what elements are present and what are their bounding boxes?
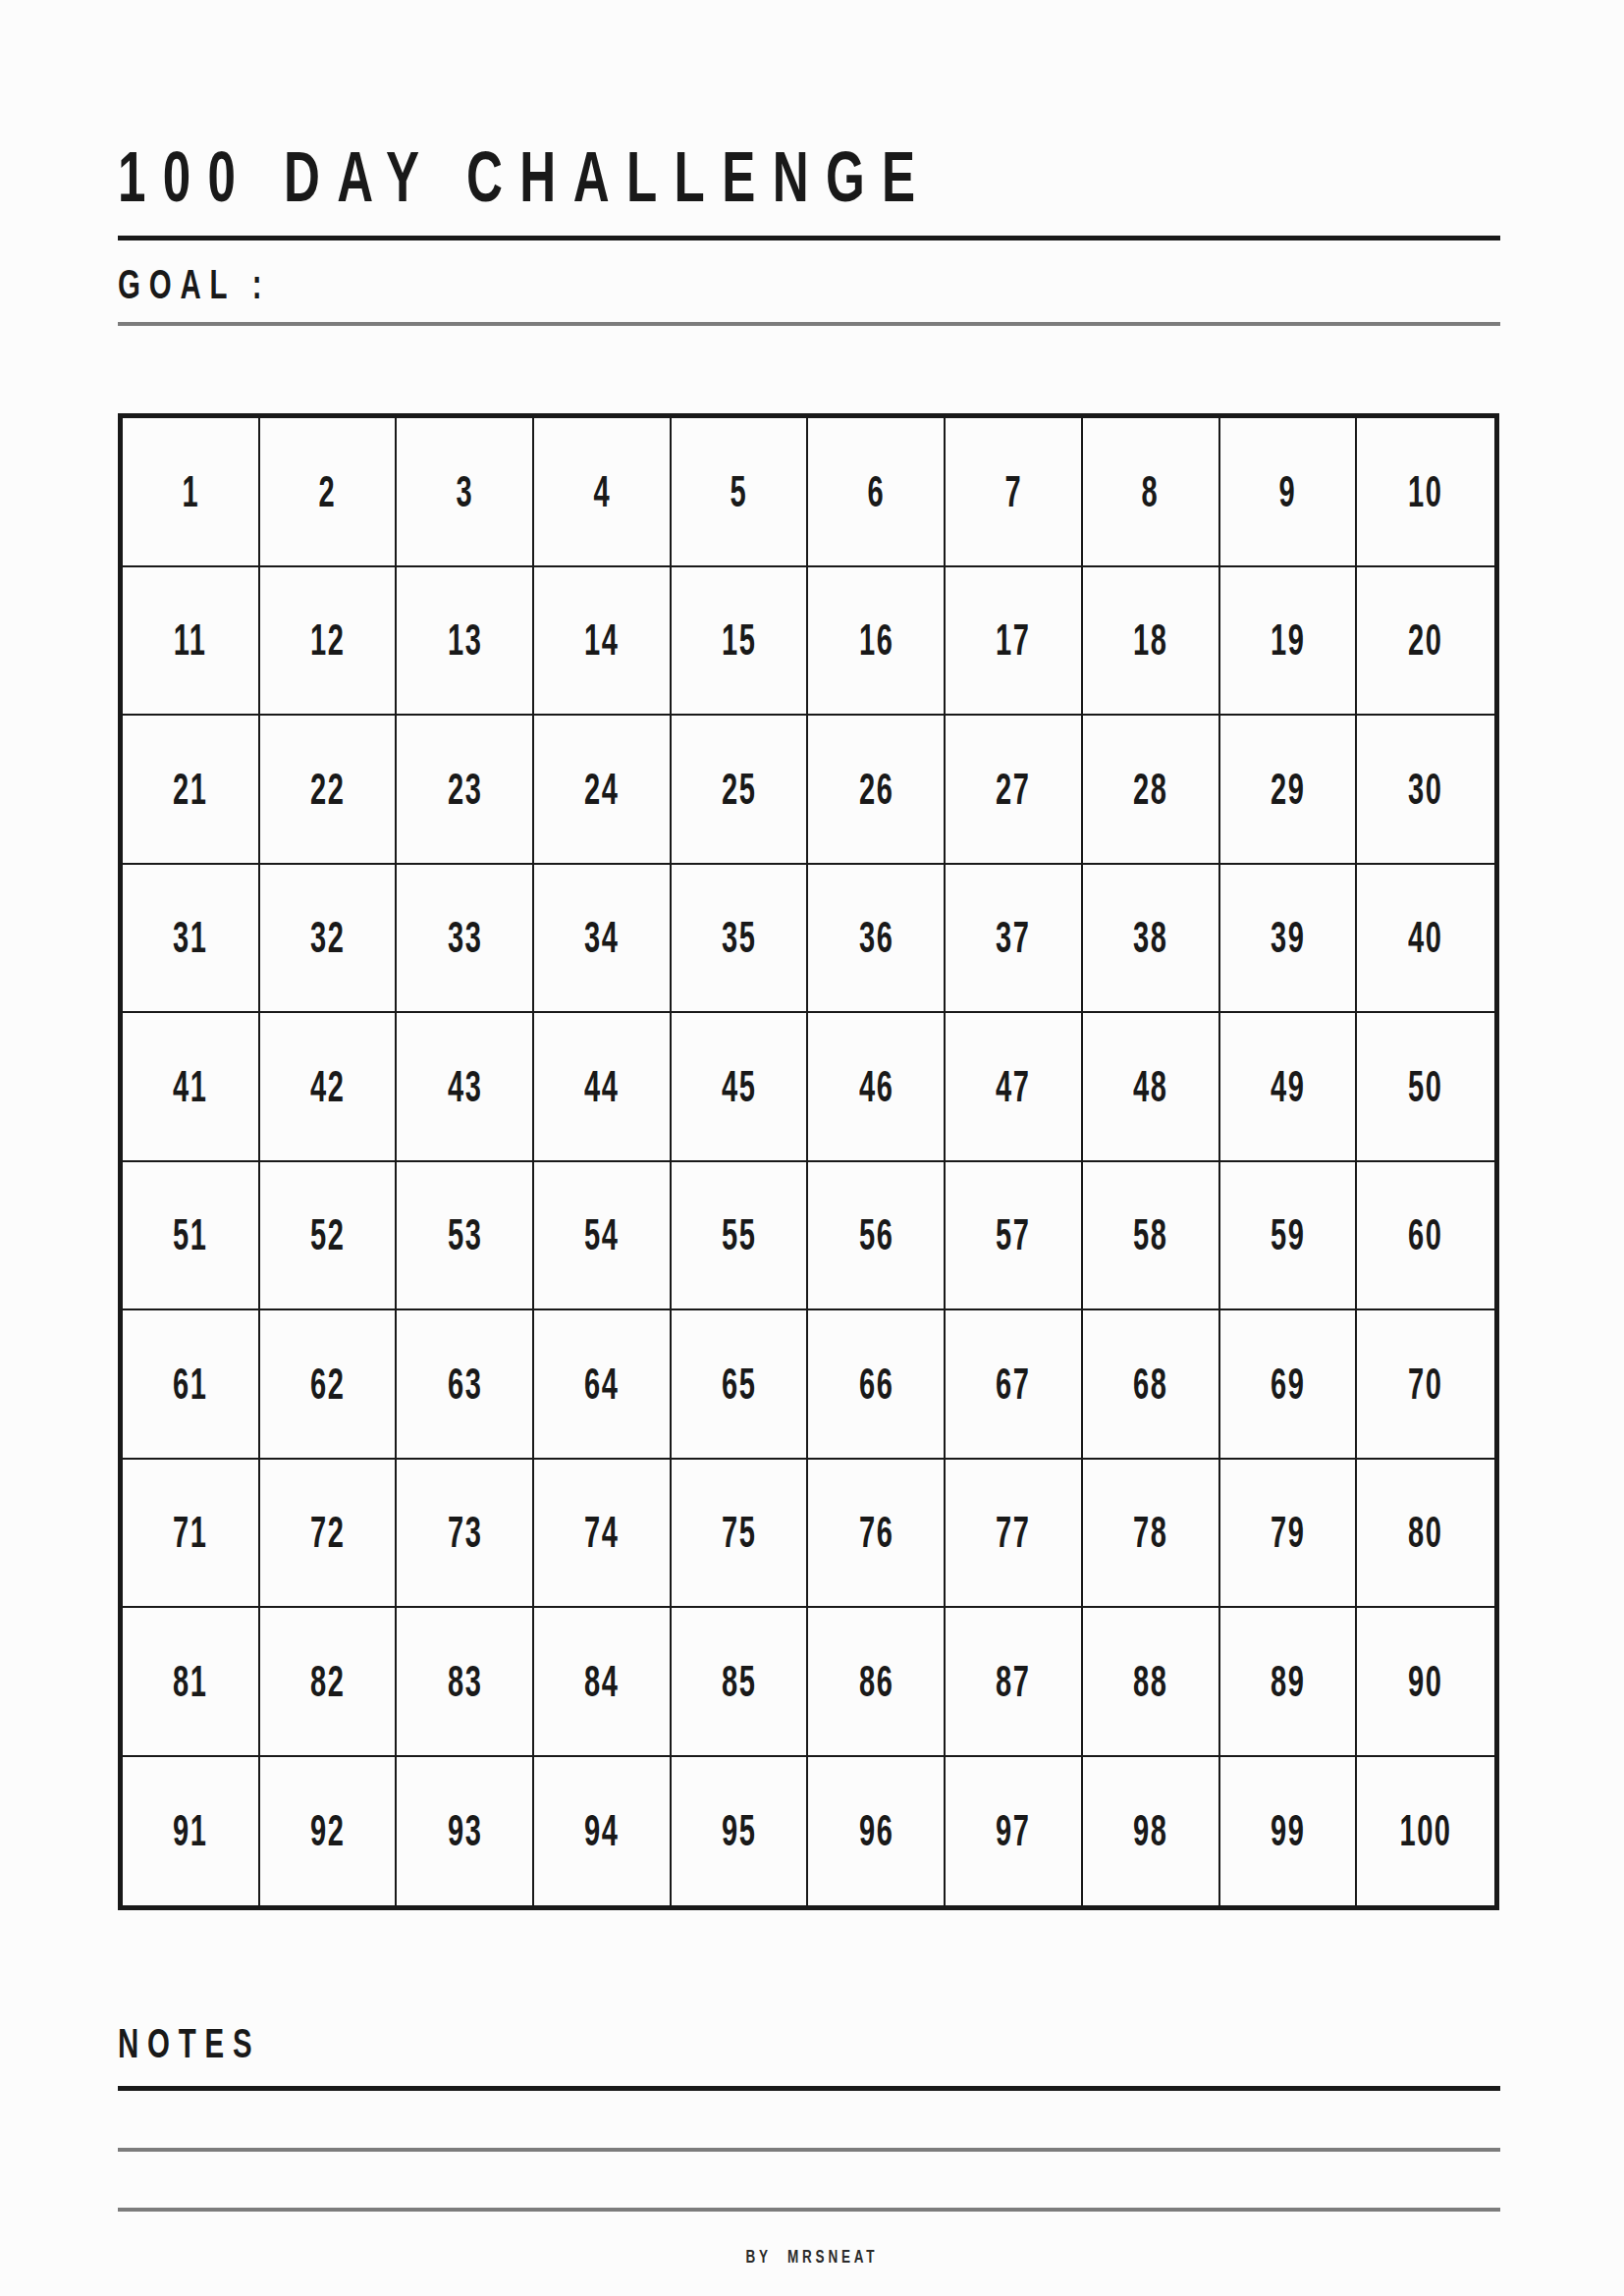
day-cell[interactable]: 60 <box>1357 1162 1494 1311</box>
day-number: 32 <box>310 913 345 962</box>
day-cell[interactable]: 42 <box>260 1013 398 1162</box>
day-cell[interactable]: 34 <box>534 865 672 1014</box>
day-number: 34 <box>584 913 619 962</box>
day-cell[interactable]: 90 <box>1357 1608 1494 1757</box>
day-number: 61 <box>173 1360 207 1409</box>
day-cell[interactable]: 58 <box>1083 1162 1220 1311</box>
day-cell[interactable]: 2 <box>260 418 398 567</box>
day-cell[interactable]: 43 <box>397 1013 534 1162</box>
day-number: 75 <box>722 1508 756 1557</box>
day-cell[interactable]: 53 <box>397 1162 534 1311</box>
day-cell[interactable]: 23 <box>397 716 534 865</box>
day-cell[interactable]: 81 <box>123 1608 260 1757</box>
day-cell[interactable]: 17 <box>946 567 1083 717</box>
day-cell[interactable]: 40 <box>1357 865 1494 1014</box>
day-number: 7 <box>1004 467 1022 516</box>
day-cell[interactable]: 50 <box>1357 1013 1494 1162</box>
day-number: 58 <box>1133 1210 1167 1259</box>
day-number: 52 <box>310 1210 345 1259</box>
day-cell[interactable]: 26 <box>808 716 946 865</box>
day-cell[interactable]: 32 <box>260 865 398 1014</box>
day-number: 31 <box>173 913 207 962</box>
day-number: 79 <box>1271 1508 1305 1557</box>
day-cell[interactable]: 93 <box>397 1757 534 1906</box>
day-cell[interactable]: 51 <box>123 1162 260 1311</box>
day-cell[interactable]: 94 <box>534 1757 672 1906</box>
day-number: 78 <box>1133 1508 1167 1557</box>
day-number: 48 <box>1133 1062 1167 1111</box>
day-number: 91 <box>173 1806 207 1855</box>
day-cell[interactable]: 82 <box>260 1608 398 1757</box>
day-cell[interactable]: 66 <box>808 1310 946 1460</box>
day-number: 82 <box>310 1657 345 1706</box>
day-number: 4 <box>593 467 611 516</box>
day-number: 60 <box>1409 1210 1443 1259</box>
day-cell[interactable]: 65 <box>672 1310 809 1460</box>
day-number: 37 <box>996 913 1030 962</box>
day-cell[interactable]: 30 <box>1357 716 1494 865</box>
day-number: 95 <box>722 1806 756 1855</box>
title-rule <box>118 236 1500 240</box>
day-cell[interactable]: 18 <box>1083 567 1220 717</box>
day-number: 29 <box>1271 765 1305 814</box>
day-number: 94 <box>584 1806 619 1855</box>
day-cell[interactable]: 91 <box>123 1757 260 1906</box>
day-number: 42 <box>310 1062 345 1111</box>
day-cell[interactable]: 73 <box>397 1460 534 1609</box>
day-cell[interactable]: 37 <box>946 865 1083 1014</box>
day-cell[interactable]: 4 <box>534 418 672 567</box>
day-cell[interactable]: 55 <box>672 1162 809 1311</box>
day-number: 100 <box>1400 1806 1452 1855</box>
day-number: 99 <box>1271 1806 1305 1855</box>
day-cell[interactable]: 83 <box>397 1608 534 1757</box>
day-cell[interactable]: 33 <box>397 865 534 1014</box>
day-number: 24 <box>584 765 619 814</box>
day-cell[interactable]: 39 <box>1220 865 1358 1014</box>
day-number: 84 <box>584 1657 619 1706</box>
day-number: 68 <box>1133 1360 1167 1409</box>
day-cell[interactable]: 70 <box>1357 1310 1494 1460</box>
day-number: 39 <box>1271 913 1305 962</box>
day-cell[interactable]: 56 <box>808 1162 946 1311</box>
day-cell[interactable]: 62 <box>260 1310 398 1460</box>
day-number: 69 <box>1271 1360 1305 1409</box>
goal-input-line[interactable] <box>118 322 1500 326</box>
day-cell[interactable]: 48 <box>1083 1013 1220 1162</box>
day-cell[interactable]: 41 <box>123 1013 260 1162</box>
day-cell[interactable]: 21 <box>123 716 260 865</box>
day-grid: 1234567891011121314151617181920212223242… <box>118 413 1499 1910</box>
day-number: 86 <box>859 1657 893 1706</box>
day-cell[interactable]: 29 <box>1220 716 1358 865</box>
day-number: 53 <box>448 1210 482 1259</box>
day-number: 45 <box>722 1062 756 1111</box>
day-number: 93 <box>448 1806 482 1855</box>
day-cell[interactable]: 19 <box>1220 567 1358 717</box>
day-number: 9 <box>1279 467 1297 516</box>
day-number: 63 <box>448 1360 482 1409</box>
day-number: 74 <box>584 1508 619 1557</box>
day-number: 54 <box>584 1210 619 1259</box>
day-number: 36 <box>859 913 893 962</box>
notes-input-line-1[interactable] <box>118 2148 1500 2152</box>
day-number: 92 <box>310 1806 345 1855</box>
day-cell[interactable]: 88 <box>1083 1608 1220 1757</box>
day-cell[interactable]: 64 <box>534 1310 672 1460</box>
goal-label: GOAL : <box>118 267 336 302</box>
day-cell[interactable]: 45 <box>672 1013 809 1162</box>
day-number: 89 <box>1271 1657 1305 1706</box>
day-cell[interactable]: 27 <box>946 716 1083 865</box>
day-cell[interactable]: 96 <box>808 1757 946 1906</box>
day-cell[interactable]: 72 <box>260 1460 398 1609</box>
day-number: 23 <box>448 765 482 814</box>
day-number: 6 <box>868 467 886 516</box>
day-cell[interactable]: 92 <box>260 1757 398 1906</box>
day-cell[interactable]: 36 <box>808 865 946 1014</box>
day-cell[interactable]: 20 <box>1357 567 1494 717</box>
day-cell[interactable]: 47 <box>946 1013 1083 1162</box>
page-title: 100 DAY CHALLENGE <box>118 145 1265 208</box>
tracker-page: 100 DAY CHALLENGE GOAL : 123456789101112… <box>0 0 1624 2296</box>
day-cell[interactable]: 61 <box>123 1310 260 1460</box>
day-cell[interactable]: 49 <box>1220 1013 1358 1162</box>
day-number: 11 <box>174 615 207 665</box>
day-cell[interactable]: 97 <box>946 1757 1083 1906</box>
day-number: 5 <box>731 467 748 516</box>
day-number: 41 <box>173 1062 207 1111</box>
day-cell[interactable]: 77 <box>946 1460 1083 1609</box>
day-cell[interactable]: 14 <box>534 567 672 717</box>
day-cell[interactable]: 3 <box>397 418 534 567</box>
day-number: 15 <box>722 615 756 665</box>
day-number: 81 <box>173 1657 207 1706</box>
day-cell[interactable]: 57 <box>946 1162 1083 1311</box>
day-number: 22 <box>310 765 345 814</box>
day-cell[interactable]: 11 <box>123 567 260 717</box>
day-cell[interactable]: 87 <box>946 1608 1083 1757</box>
day-cell[interactable]: 44 <box>534 1013 672 1162</box>
day-number: 14 <box>584 615 619 665</box>
day-cell[interactable]: 25 <box>672 716 809 865</box>
day-number: 18 <box>1133 615 1167 665</box>
day-number: 21 <box>173 765 207 814</box>
day-cell[interactable]: 76 <box>808 1460 946 1609</box>
day-number: 46 <box>859 1062 893 1111</box>
day-cell[interactable]: 86 <box>808 1608 946 1757</box>
day-cell[interactable]: 68 <box>1083 1310 1220 1460</box>
day-number: 40 <box>1409 913 1443 962</box>
day-cell[interactable]: 22 <box>260 716 398 865</box>
day-number: 72 <box>310 1508 345 1557</box>
day-number: 49 <box>1271 1062 1305 1111</box>
day-number: 98 <box>1133 1806 1167 1855</box>
day-number: 8 <box>1142 467 1160 516</box>
day-cell[interactable]: 24 <box>534 716 672 865</box>
day-number: 30 <box>1409 765 1443 814</box>
day-number: 83 <box>448 1657 482 1706</box>
day-cell[interactable]: 38 <box>1083 865 1220 1014</box>
day-number: 44 <box>584 1062 619 1111</box>
day-number: 76 <box>859 1508 893 1557</box>
day-number: 57 <box>996 1210 1030 1259</box>
footer-credit: BY MRSNEAT <box>0 2248 1624 2266</box>
day-cell[interactable]: 46 <box>808 1013 946 1162</box>
day-number: 16 <box>859 615 893 665</box>
day-number: 97 <box>996 1806 1030 1855</box>
day-number: 56 <box>859 1210 893 1259</box>
day-number: 65 <box>722 1360 756 1409</box>
day-number: 66 <box>859 1360 893 1409</box>
day-number: 90 <box>1409 1657 1443 1706</box>
day-cell[interactable]: 69 <box>1220 1310 1358 1460</box>
day-cell[interactable]: 7 <box>946 418 1083 567</box>
day-number: 96 <box>859 1806 893 1855</box>
day-cell[interactable]: 6 <box>808 418 946 567</box>
day-cell[interactable]: 74 <box>534 1460 672 1609</box>
day-number: 87 <box>996 1657 1030 1706</box>
day-cell[interactable]: 16 <box>808 567 946 717</box>
day-number: 47 <box>996 1062 1030 1111</box>
day-cell[interactable]: 84 <box>534 1608 672 1757</box>
day-cell[interactable]: 52 <box>260 1162 398 1311</box>
day-cell[interactable]: 89 <box>1220 1608 1358 1757</box>
day-cell[interactable]: 28 <box>1083 716 1220 865</box>
day-cell[interactable]: 35 <box>672 865 809 1014</box>
day-cell[interactable]: 10 <box>1357 418 1494 567</box>
day-cell[interactable]: 67 <box>946 1310 1083 1460</box>
day-number: 88 <box>1133 1657 1167 1706</box>
day-number: 50 <box>1409 1062 1443 1111</box>
day-cell[interactable]: 8 <box>1083 418 1220 567</box>
day-number: 43 <box>448 1062 482 1111</box>
day-cell[interactable]: 99 <box>1220 1757 1358 1906</box>
day-cell[interactable]: 78 <box>1083 1460 1220 1609</box>
day-number: 59 <box>1271 1210 1305 1259</box>
day-number: 3 <box>456 467 473 516</box>
day-number: 38 <box>1133 913 1167 962</box>
day-number: 13 <box>448 615 482 665</box>
day-number: 17 <box>996 615 1030 665</box>
day-number: 80 <box>1409 1508 1443 1557</box>
day-cell[interactable]: 63 <box>397 1310 534 1460</box>
day-cell[interactable]: 31 <box>123 865 260 1014</box>
day-number: 35 <box>722 913 756 962</box>
day-cell[interactable]: 98 <box>1083 1757 1220 1906</box>
day-number: 51 <box>173 1210 207 1259</box>
day-cell[interactable]: 5 <box>672 418 809 567</box>
notes-input-line-2[interactable] <box>118 2208 1500 2212</box>
day-number: 73 <box>448 1508 482 1557</box>
day-cell[interactable]: 80 <box>1357 1460 1494 1609</box>
day-cell[interactable]: 95 <box>672 1757 809 1906</box>
day-number: 33 <box>448 913 482 962</box>
day-number: 27 <box>996 765 1030 814</box>
day-cell[interactable]: 1 <box>123 418 260 567</box>
day-cell[interactable]: 79 <box>1220 1460 1358 1609</box>
day-cell[interactable]: 85 <box>672 1608 809 1757</box>
day-cell[interactable]: 9 <box>1220 418 1358 567</box>
day-number: 2 <box>319 467 337 516</box>
day-number: 28 <box>1133 765 1167 814</box>
day-number: 1 <box>182 467 199 516</box>
day-cell[interactable]: 54 <box>534 1162 672 1311</box>
day-number: 26 <box>859 765 893 814</box>
day-number: 85 <box>722 1657 756 1706</box>
day-number: 64 <box>584 1360 619 1409</box>
day-cell[interactable]: 13 <box>397 567 534 717</box>
page-title-text: 100 DAY CHALLENGE <box>118 145 933 208</box>
day-cell[interactable]: 71 <box>123 1460 260 1609</box>
day-number: 19 <box>1271 615 1305 665</box>
notes-rule <box>118 2086 1500 2091</box>
day-number: 55 <box>722 1210 756 1259</box>
day-number: 12 <box>310 615 345 665</box>
day-number: 71 <box>173 1508 207 1557</box>
day-cell[interactable]: 100 <box>1357 1757 1494 1906</box>
day-number: 10 <box>1409 467 1443 516</box>
day-number: 77 <box>996 1508 1030 1557</box>
day-number: 62 <box>310 1360 345 1409</box>
day-cell[interactable]: 75 <box>672 1460 809 1609</box>
day-number: 20 <box>1409 615 1443 665</box>
day-cell[interactable]: 15 <box>672 567 809 717</box>
day-number: 67 <box>996 1360 1030 1409</box>
notes-label: NOTES <box>118 2026 322 2061</box>
day-number: 70 <box>1409 1360 1443 1409</box>
day-number: 25 <box>722 765 756 814</box>
day-cell[interactable]: 59 <box>1220 1162 1358 1311</box>
day-cell[interactable]: 12 <box>260 567 398 717</box>
